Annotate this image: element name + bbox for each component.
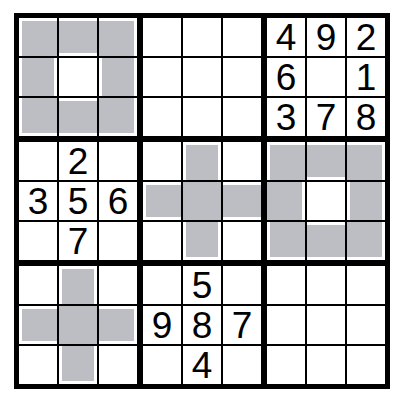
cell-r6c4[interactable]: 5: [183, 266, 221, 304]
cell-r0c3[interactable]: [143, 18, 181, 56]
shaded-region: [267, 182, 302, 220]
cell-r3c8[interactable]: [347, 142, 385, 180]
given-digit: 3: [28, 183, 49, 220]
given-digit: 6: [108, 183, 129, 220]
shaded-region: [99, 309, 134, 341]
given-digit: 5: [192, 267, 213, 304]
shaded-region: [183, 182, 221, 220]
shaded-region: [22, 98, 57, 133]
given-digit: 2: [68, 143, 89, 180]
cell-r8c0[interactable]: [19, 346, 57, 384]
cell-r0c8[interactable]: 2: [347, 18, 385, 56]
given-digit: 7: [316, 99, 337, 136]
cell-r6c8[interactable]: [347, 266, 385, 304]
cell-r7c2[interactable]: [99, 306, 137, 344]
cell-r8c3[interactable]: [143, 346, 181, 384]
cell-r0c6[interactable]: 4: [267, 18, 305, 56]
cell-r5c2[interactable]: [99, 222, 137, 260]
given-digit: 2: [356, 19, 377, 56]
cell-r8c8[interactable]: [347, 346, 385, 384]
cell-r8c7[interactable]: [307, 346, 345, 384]
given-digit: 5: [68, 183, 89, 220]
given-digit: 7: [232, 307, 253, 344]
cell-r2c7[interactable]: 7: [307, 98, 345, 136]
shaded-region: [22, 309, 57, 341]
cell-r5c4[interactable]: [183, 222, 221, 260]
cell-r3c6[interactable]: [267, 142, 305, 180]
cell-r2c0[interactable]: [19, 98, 57, 136]
cell-r6c0[interactable]: [19, 266, 57, 304]
given-digit: 8: [356, 99, 377, 136]
shaded-region: [146, 185, 181, 217]
cell-r1c4[interactable]: [183, 58, 221, 96]
cell-r5c0[interactable]: [19, 222, 57, 260]
cell-r3c7[interactable]: [307, 142, 345, 180]
cell-r7c4[interactable]: 8: [183, 306, 221, 344]
shaded-region: [270, 222, 305, 257]
cell-r7c3[interactable]: 9: [143, 306, 181, 344]
cell-r1c3[interactable]: [143, 58, 181, 96]
cell-r3c4[interactable]: [183, 142, 221, 180]
cell-r6c3[interactable]: [143, 266, 181, 304]
cell-r8c5[interactable]: [223, 346, 261, 384]
cell-r1c7[interactable]: [307, 58, 345, 96]
shaded-region: [186, 145, 218, 180]
shaded-region: [102, 58, 134, 96]
cell-r5c8[interactable]: [347, 222, 385, 260]
cell-r4c7[interactable]: [307, 182, 345, 220]
cell-r0c5[interactable]: [223, 18, 261, 56]
shaded-region: [186, 222, 218, 257]
cell-r1c6[interactable]: 6: [267, 58, 305, 96]
cell-r6c2[interactable]: [99, 266, 137, 304]
shaded-region: [307, 225, 345, 257]
cell-r1c1[interactable]: [59, 58, 97, 96]
cell-r6c7[interactable]: [307, 266, 345, 304]
shaded-region: [99, 98, 134, 133]
cell-r1c2[interactable]: [99, 58, 137, 96]
cell-r8c6[interactable]: [267, 346, 305, 384]
cell-r7c8[interactable]: [347, 306, 385, 344]
given-digit: 3: [276, 99, 297, 136]
cell-r2c8[interactable]: 8: [347, 98, 385, 136]
cell-r2c4[interactable]: [183, 98, 221, 136]
cell-r2c1[interactable]: [59, 98, 97, 136]
given-digit: 6: [276, 59, 297, 96]
cell-r4c8[interactable]: [347, 182, 385, 220]
cell-r4c1[interactable]: 5: [59, 182, 97, 220]
cell-r0c2[interactable]: [99, 18, 137, 56]
sudoku-board: 492613782356759874: [14, 13, 390, 389]
cell-r5c3[interactable]: [143, 222, 181, 260]
given-digit: 4: [192, 347, 213, 384]
given-digit: 1: [356, 59, 377, 96]
shaded-region: [59, 21, 97, 53]
cell-r6c6[interactable]: [267, 266, 305, 304]
cell-r5c1[interactable]: 7: [59, 222, 97, 260]
cell-r7c6[interactable]: [267, 306, 305, 344]
cell-r8c1[interactable]: [59, 346, 97, 384]
cell-r2c2[interactable]: [99, 98, 137, 136]
cell-r2c6[interactable]: 3: [267, 98, 305, 136]
cell-r5c7[interactable]: [307, 222, 345, 260]
shaded-region: [350, 182, 382, 220]
shaded-region: [59, 306, 97, 344]
shaded-region: [59, 101, 97, 133]
cell-r1c0[interactable]: [19, 58, 57, 96]
cell-r0c7[interactable]: 9: [307, 18, 345, 56]
cell-r0c4[interactable]: [183, 18, 221, 56]
cell-r4c4[interactable]: [183, 182, 221, 220]
shaded-region: [223, 185, 261, 217]
shaded-region: [99, 21, 134, 56]
cell-r3c3[interactable]: [143, 142, 181, 180]
shaded-region: [22, 21, 57, 56]
given-digit: 9: [152, 307, 173, 344]
cell-r8c4[interactable]: 4: [183, 346, 221, 384]
cell-r1c5[interactable]: [223, 58, 261, 96]
shaded-region: [22, 58, 54, 96]
shaded-region: [347, 145, 382, 180]
cell-r3c5[interactable]: [223, 142, 261, 180]
cell-r2c3[interactable]: [143, 98, 181, 136]
cell-r4c3[interactable]: [143, 182, 181, 220]
cell-r0c1[interactable]: [59, 18, 97, 56]
cell-r8c2[interactable]: [99, 346, 137, 384]
given-digit: 9: [316, 19, 337, 56]
cell-r7c5[interactable]: 7: [223, 306, 261, 344]
shaded-region: [347, 222, 382, 257]
cell-r3c1[interactable]: 2: [59, 142, 97, 180]
shaded-region: [62, 269, 94, 304]
cell-r0c0[interactable]: [19, 18, 57, 56]
cell-r5c5[interactable]: [223, 222, 261, 260]
shaded-region: [270, 145, 305, 180]
cell-r3c0[interactable]: [19, 142, 57, 180]
given-digit: 7: [68, 223, 89, 260]
cell-r7c1[interactable]: [59, 306, 97, 344]
cell-r6c5[interactable]: [223, 266, 261, 304]
cell-r2c5[interactable]: [223, 98, 261, 136]
cell-r7c0[interactable]: [19, 306, 57, 344]
cell-r4c6[interactable]: [267, 182, 305, 220]
given-digit: 8: [192, 307, 213, 344]
shaded-region: [307, 145, 345, 177]
cell-r6c1[interactable]: [59, 266, 97, 304]
cell-r3c2[interactable]: [99, 142, 137, 180]
cell-r5c6[interactable]: [267, 222, 305, 260]
cell-r1c8[interactable]: 1: [347, 58, 385, 96]
cell-r4c0[interactable]: 3: [19, 182, 57, 220]
cell-r4c2[interactable]: 6: [99, 182, 137, 220]
cell-r7c7[interactable]: [307, 306, 345, 344]
cell-r4c5[interactable]: [223, 182, 261, 220]
given-digit: 4: [276, 19, 297, 56]
shaded-region: [62, 346, 94, 381]
